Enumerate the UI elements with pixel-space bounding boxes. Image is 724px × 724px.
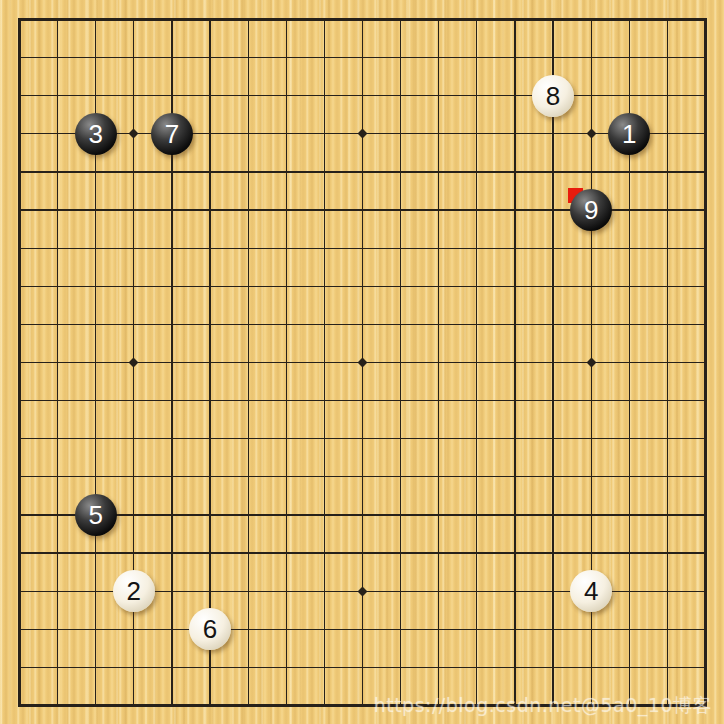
grid-line-horizontal <box>19 667 706 668</box>
move-number: 8 <box>546 83 560 109</box>
grid-line-vertical <box>476 19 477 706</box>
grid-line-vertical <box>667 19 668 706</box>
stone-white-move-2: 2 <box>113 570 155 612</box>
move-number: 6 <box>203 616 217 642</box>
grid-line-horizontal <box>19 476 706 477</box>
grid-line-horizontal <box>19 438 706 439</box>
grid-line-vertical <box>514 19 515 706</box>
move-number: 7 <box>165 121 179 147</box>
go-board: https://blog.csdn.net@5a0_10博客 123456789 <box>0 0 724 724</box>
move-number: 5 <box>88 502 102 528</box>
grid-line-horizontal <box>19 552 706 553</box>
stone-white-move-4: 4 <box>570 570 612 612</box>
grid-line-horizontal <box>19 400 706 401</box>
stone-black-move-7: 7 <box>151 113 193 155</box>
stone-white-move-8: 8 <box>532 75 574 117</box>
stone-black-move-3: 3 <box>75 113 117 155</box>
grid-line-horizontal <box>19 514 706 515</box>
stone-black-move-9: 9 <box>570 189 612 231</box>
grid-line-vertical <box>400 19 401 706</box>
grid-line-horizontal <box>19 629 706 630</box>
stone-white-move-6: 6 <box>189 608 231 650</box>
stone-black-move-5: 5 <box>75 494 117 536</box>
move-number: 4 <box>584 578 598 604</box>
move-number: 2 <box>127 578 141 604</box>
grid-line-vertical <box>438 19 439 706</box>
move-number: 3 <box>88 121 102 147</box>
move-number: 1 <box>622 121 636 147</box>
move-number: 9 <box>584 197 598 223</box>
grid-line-vertical <box>552 19 553 706</box>
stone-black-move-1: 1 <box>608 113 650 155</box>
